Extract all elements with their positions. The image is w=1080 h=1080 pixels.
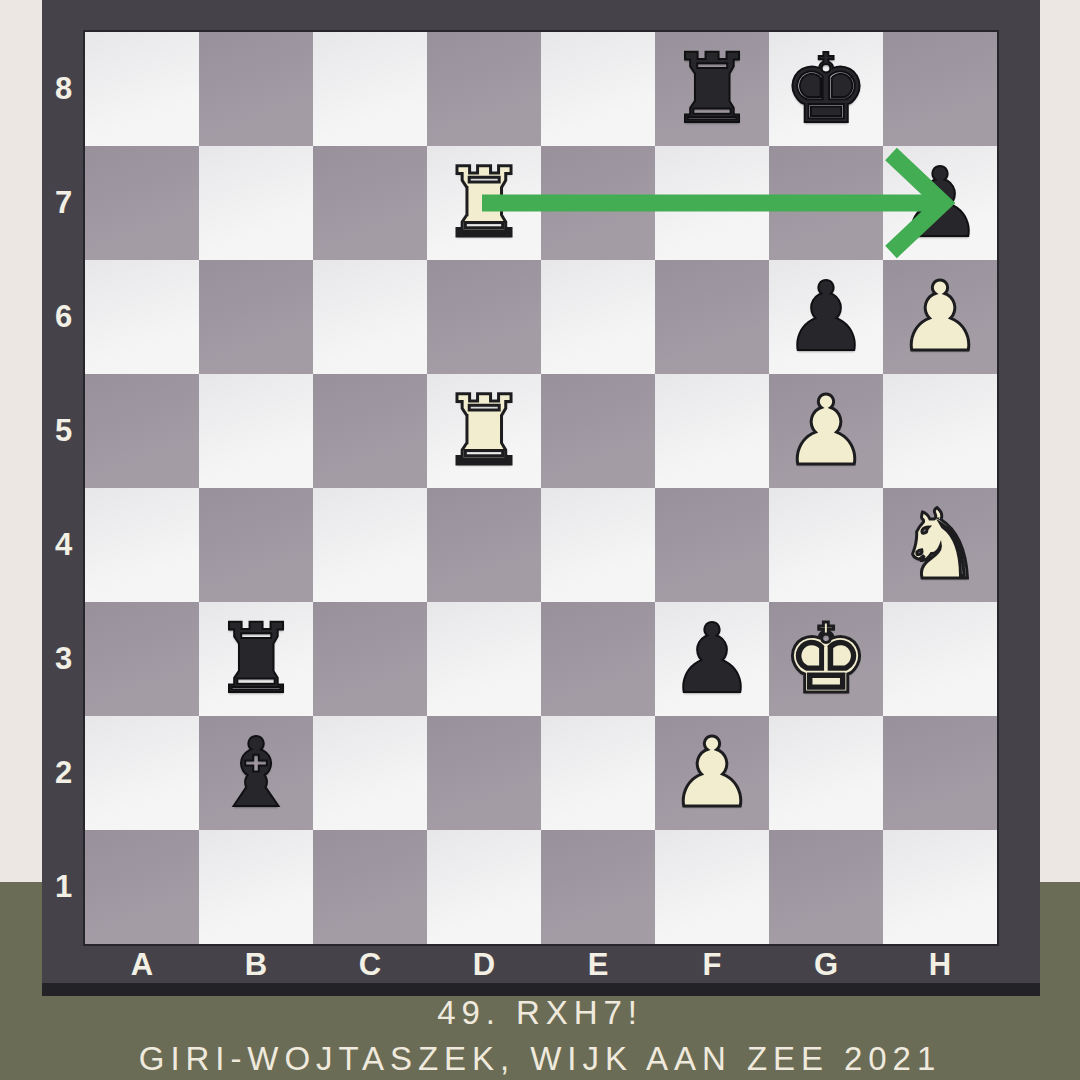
square-g1[interactable] bbox=[769, 830, 883, 944]
square-c5[interactable] bbox=[313, 374, 427, 488]
square-b7[interactable] bbox=[199, 146, 313, 260]
square-e5[interactable] bbox=[541, 374, 655, 488]
square-f5[interactable] bbox=[655, 374, 769, 488]
square-g8[interactable]: ♚ bbox=[769, 32, 883, 146]
white-pawn-h6: ♟ bbox=[883, 260, 997, 374]
white-pawn-g5: ♟ bbox=[769, 374, 883, 488]
rank-labels: 87654321 bbox=[42, 32, 85, 944]
square-f7[interactable] bbox=[655, 146, 769, 260]
square-c7[interactable] bbox=[313, 146, 427, 260]
black-pawn-h7: ♟ bbox=[883, 146, 997, 260]
square-f4[interactable] bbox=[655, 488, 769, 602]
page: 87654321 ABCDEFGH ♜♚♜♟♟♟♜♟♞♜♟♚♝♟ 49. RXH… bbox=[0, 0, 1080, 1080]
square-h7[interactable]: ♟ bbox=[883, 146, 997, 260]
rank-label-4: 4 bbox=[42, 488, 85, 602]
square-c8[interactable] bbox=[313, 32, 427, 146]
square-a1[interactable] bbox=[85, 830, 199, 944]
black-king-g8: ♚ bbox=[769, 32, 883, 146]
square-b6[interactable] bbox=[199, 260, 313, 374]
rank-label-2: 2 bbox=[42, 716, 85, 830]
square-e3[interactable] bbox=[541, 602, 655, 716]
rank-label-1: 1 bbox=[42, 830, 85, 944]
square-h2[interactable] bbox=[883, 716, 997, 830]
square-d7[interactable]: ♜ bbox=[427, 146, 541, 260]
square-c6[interactable] bbox=[313, 260, 427, 374]
square-b1[interactable] bbox=[199, 830, 313, 944]
square-g5[interactable]: ♟ bbox=[769, 374, 883, 488]
square-b4[interactable] bbox=[199, 488, 313, 602]
black-rook-f8: ♜ bbox=[655, 32, 769, 146]
square-g4[interactable] bbox=[769, 488, 883, 602]
rank-label-3: 3 bbox=[42, 602, 85, 716]
file-label-a: A bbox=[85, 944, 199, 986]
rank-label-8: 8 bbox=[42, 32, 85, 146]
white-knight-h4: ♞ bbox=[883, 488, 997, 602]
square-b5[interactable] bbox=[199, 374, 313, 488]
white-rook-d5: ♜ bbox=[427, 374, 541, 488]
square-g2[interactable] bbox=[769, 716, 883, 830]
square-c4[interactable] bbox=[313, 488, 427, 602]
square-g6[interactable]: ♟ bbox=[769, 260, 883, 374]
square-d3[interactable] bbox=[427, 602, 541, 716]
square-a6[interactable] bbox=[85, 260, 199, 374]
square-h5[interactable] bbox=[883, 374, 997, 488]
square-b2[interactable]: ♝ bbox=[199, 716, 313, 830]
square-a8[interactable] bbox=[85, 32, 199, 146]
rank-label-5: 5 bbox=[42, 374, 85, 488]
game-event: GIRI-WOJTASZEK, WIJK AAN ZEE 2021 bbox=[139, 1040, 941, 1078]
white-pawn-f2: ♟ bbox=[655, 716, 769, 830]
square-e2[interactable] bbox=[541, 716, 655, 830]
square-f8[interactable]: ♜ bbox=[655, 32, 769, 146]
square-d5[interactable]: ♜ bbox=[427, 374, 541, 488]
square-d6[interactable] bbox=[427, 260, 541, 374]
square-f3[interactable]: ♟ bbox=[655, 602, 769, 716]
square-f2[interactable]: ♟ bbox=[655, 716, 769, 830]
square-e8[interactable] bbox=[541, 32, 655, 146]
file-label-b: B bbox=[199, 944, 313, 986]
square-c3[interactable] bbox=[313, 602, 427, 716]
black-rook-b3: ♜ bbox=[199, 602, 313, 716]
black-pawn-f3: ♟ bbox=[655, 602, 769, 716]
square-d8[interactable] bbox=[427, 32, 541, 146]
white-king-g3: ♚ bbox=[769, 602, 883, 716]
caption: 49. RXH7! GIRI-WOJTASZEK, WIJK AAN ZEE 2… bbox=[0, 992, 1080, 1080]
file-label-h: H bbox=[883, 944, 997, 986]
move-annotation: 49. RXH7! bbox=[437, 994, 643, 1032]
square-h3[interactable] bbox=[883, 602, 997, 716]
white-rook-d7: ♜ bbox=[427, 146, 541, 260]
square-a4[interactable] bbox=[85, 488, 199, 602]
square-f6[interactable] bbox=[655, 260, 769, 374]
square-e4[interactable] bbox=[541, 488, 655, 602]
square-h8[interactable] bbox=[883, 32, 997, 146]
square-a3[interactable] bbox=[85, 602, 199, 716]
black-pawn-g6: ♟ bbox=[769, 260, 883, 374]
square-g3[interactable]: ♚ bbox=[769, 602, 883, 716]
square-h6[interactable]: ♟ bbox=[883, 260, 997, 374]
black-bishop-b2: ♝ bbox=[199, 716, 313, 830]
rank-label-7: 7 bbox=[42, 146, 85, 260]
square-d4[interactable] bbox=[427, 488, 541, 602]
file-label-c: C bbox=[313, 944, 427, 986]
file-labels: ABCDEFGH bbox=[85, 944, 997, 986]
square-a2[interactable] bbox=[85, 716, 199, 830]
square-e1[interactable] bbox=[541, 830, 655, 944]
square-d2[interactable] bbox=[427, 716, 541, 830]
square-e7[interactable] bbox=[541, 146, 655, 260]
square-h1[interactable] bbox=[883, 830, 997, 944]
square-c2[interactable] bbox=[313, 716, 427, 830]
chess-board: ♜♚♜♟♟♟♜♟♞♜♟♚♝♟ bbox=[85, 32, 997, 944]
square-b3[interactable]: ♜ bbox=[199, 602, 313, 716]
rank-label-6: 6 bbox=[42, 260, 85, 374]
square-h4[interactable]: ♞ bbox=[883, 488, 997, 602]
square-d1[interactable] bbox=[427, 830, 541, 944]
square-f1[interactable] bbox=[655, 830, 769, 944]
square-g7[interactable] bbox=[769, 146, 883, 260]
square-e6[interactable] bbox=[541, 260, 655, 374]
square-b8[interactable] bbox=[199, 32, 313, 146]
file-label-d: D bbox=[427, 944, 541, 986]
file-label-f: F bbox=[655, 944, 769, 986]
square-a7[interactable] bbox=[85, 146, 199, 260]
square-c1[interactable] bbox=[313, 830, 427, 944]
square-a5[interactable] bbox=[85, 374, 199, 488]
file-label-e: E bbox=[541, 944, 655, 986]
file-label-g: G bbox=[769, 944, 883, 986]
